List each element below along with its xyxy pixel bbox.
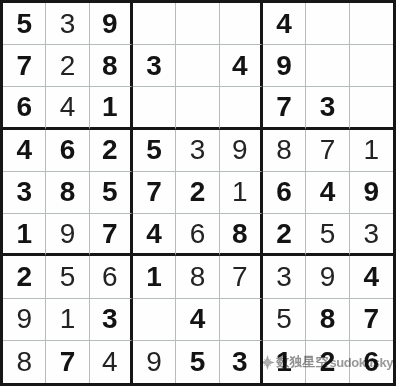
cell-r5c5[interactable]: 2: [176, 172, 219, 214]
cell-r9c9[interactable]: 6: [350, 341, 393, 383]
cell-r5c7[interactable]: 6: [263, 172, 306, 214]
sudoku-board: 5394728349641734625398713857216491974682…: [0, 0, 396, 386]
cell-r3c4[interactable]: [133, 87, 176, 129]
cell-r6c1[interactable]: 1: [3, 214, 46, 256]
cell-r5c9[interactable]: 9: [350, 172, 393, 214]
cell-r9c2[interactable]: 7: [46, 341, 89, 383]
cell-r4c2[interactable]: 6: [46, 130, 89, 172]
cell-r7c3[interactable]: 6: [90, 256, 133, 298]
cell-r5c2[interactable]: 8: [46, 172, 89, 214]
cell-r1c7[interactable]: 4: [263, 3, 306, 45]
cell-r4c6[interactable]: 9: [220, 130, 263, 172]
cell-r9c4[interactable]: 9: [133, 341, 176, 383]
cell-r9c3[interactable]: 4: [90, 341, 133, 383]
cell-r4c5[interactable]: 3: [176, 130, 219, 172]
cell-r2c2[interactable]: 2: [46, 45, 89, 87]
cell-r3c8[interactable]: 3: [306, 87, 349, 129]
cell-r8c4[interactable]: [133, 299, 176, 341]
cell-r4c3[interactable]: 2: [90, 130, 133, 172]
cell-r1c4[interactable]: [133, 3, 176, 45]
cell-r8c6[interactable]: [220, 299, 263, 341]
cell-r6c2[interactable]: 9: [46, 214, 89, 256]
cell-r3c9[interactable]: [350, 87, 393, 129]
cell-r5c6[interactable]: 1: [220, 172, 263, 214]
cell-r1c8[interactable]: [306, 3, 349, 45]
cell-r6c4[interactable]: 4: [133, 214, 176, 256]
cell-r6c7[interactable]: 2: [263, 214, 306, 256]
cell-r8c2[interactable]: 1: [46, 299, 89, 341]
cell-r4c8[interactable]: 7: [306, 130, 349, 172]
cell-r7c7[interactable]: 3: [263, 256, 306, 298]
cell-r7c6[interactable]: 7: [220, 256, 263, 298]
cell-r8c3[interactable]: 3: [90, 299, 133, 341]
cell-r6c8[interactable]: 5: [306, 214, 349, 256]
cell-r8c7[interactable]: 5: [263, 299, 306, 341]
cell-r3c7[interactable]: 7: [263, 87, 306, 129]
cell-r5c3[interactable]: 5: [90, 172, 133, 214]
cell-r8c5[interactable]: 4: [176, 299, 219, 341]
cell-r4c4[interactable]: 5: [133, 130, 176, 172]
cell-r3c1[interactable]: 6: [3, 87, 46, 129]
cell-r5c1[interactable]: 3: [3, 172, 46, 214]
cell-r8c8[interactable]: 8: [306, 299, 349, 341]
cell-r6c5[interactable]: 6: [176, 214, 219, 256]
cell-r2c3[interactable]: 8: [90, 45, 133, 87]
cell-r9c8[interactable]: 2: [306, 341, 349, 383]
cell-r7c4[interactable]: 1: [133, 256, 176, 298]
cell-r9c5[interactable]: 5: [176, 341, 219, 383]
cell-r1c3[interactable]: 9: [90, 3, 133, 45]
cell-r2c9[interactable]: [350, 45, 393, 87]
cell-r2c5[interactable]: [176, 45, 219, 87]
cell-r5c4[interactable]: 7: [133, 172, 176, 214]
cell-r1c1[interactable]: 5: [3, 3, 46, 45]
cell-r7c9[interactable]: 4: [350, 256, 393, 298]
cell-r2c1[interactable]: 7: [3, 45, 46, 87]
cell-r3c6[interactable]: [220, 87, 263, 129]
cell-r7c1[interactable]: 2: [3, 256, 46, 298]
cell-r2c4[interactable]: 3: [133, 45, 176, 87]
cell-r7c2[interactable]: 5: [46, 256, 89, 298]
cell-r8c1[interactable]: 9: [3, 299, 46, 341]
cell-r6c3[interactable]: 7: [90, 214, 133, 256]
cell-r7c5[interactable]: 8: [176, 256, 219, 298]
cell-r9c6[interactable]: 3: [220, 341, 263, 383]
cell-r6c6[interactable]: 8: [220, 214, 263, 256]
cell-r1c6[interactable]: [220, 3, 263, 45]
cell-r9c1[interactable]: 8: [3, 341, 46, 383]
cell-r1c5[interactable]: [176, 3, 219, 45]
cell-r2c7[interactable]: 9: [263, 45, 306, 87]
cell-r4c1[interactable]: 4: [3, 130, 46, 172]
cell-r1c2[interactable]: 3: [46, 3, 89, 45]
cell-r6c9[interactable]: 3: [350, 214, 393, 256]
cell-r3c5[interactable]: [176, 87, 219, 129]
cell-r4c7[interactable]: 8: [263, 130, 306, 172]
cell-r2c8[interactable]: [306, 45, 349, 87]
cell-r7c8[interactable]: 9: [306, 256, 349, 298]
cell-r3c2[interactable]: 4: [46, 87, 89, 129]
cell-r5c8[interactable]: 4: [306, 172, 349, 214]
sudoku-screenshot: 5394728349641734625398713857216491974682…: [0, 0, 396, 386]
cell-r1c9[interactable]: [350, 3, 393, 45]
cell-r9c7[interactable]: 1: [263, 341, 306, 383]
cell-r8c9[interactable]: 7: [350, 299, 393, 341]
cell-r2c6[interactable]: 4: [220, 45, 263, 87]
cell-r4c9[interactable]: 1: [350, 130, 393, 172]
cell-r3c3[interactable]: 1: [90, 87, 133, 129]
